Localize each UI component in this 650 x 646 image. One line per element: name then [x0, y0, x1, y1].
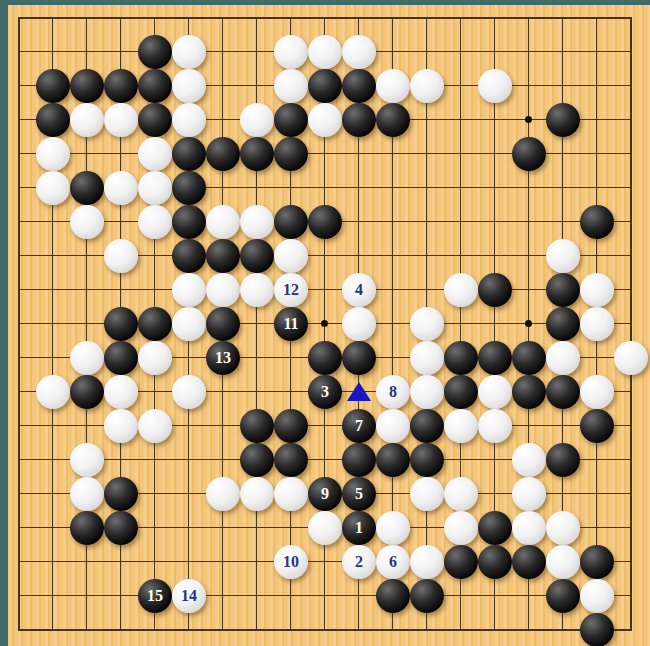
black-stone[interactable]: 11 [274, 307, 308, 341]
white-stone[interactable] [546, 545, 580, 579]
move-number-label: 8 [376, 375, 410, 409]
white-stone[interactable] [580, 273, 614, 307]
black-stone[interactable] [512, 137, 546, 171]
white-stone[interactable] [410, 545, 444, 579]
star-point [525, 116, 532, 123]
white-stone[interactable] [172, 35, 206, 69]
white-stone[interactable] [172, 307, 206, 341]
white-stone[interactable] [546, 341, 580, 375]
white-stone[interactable]: 6 [376, 545, 410, 579]
white-stone[interactable] [206, 273, 240, 307]
black-stone[interactable] [138, 35, 172, 69]
black-stone[interactable] [512, 375, 546, 409]
white-stone[interactable] [512, 477, 546, 511]
black-stone[interactable] [376, 103, 410, 137]
black-stone[interactable] [104, 69, 138, 103]
black-stone[interactable] [104, 307, 138, 341]
star-point [321, 320, 328, 327]
black-stone[interactable] [138, 307, 172, 341]
black-stone[interactable] [274, 409, 308, 443]
black-stone[interactable] [70, 171, 104, 205]
black-stone[interactable]: 7 [342, 409, 376, 443]
black-stone[interactable] [206, 239, 240, 273]
black-stone[interactable]: 1 [342, 511, 376, 545]
white-stone[interactable] [240, 103, 274, 137]
grid-vline [630, 17, 632, 631]
white-stone[interactable] [478, 409, 512, 443]
black-stone[interactable] [172, 137, 206, 171]
black-stone[interactable] [104, 341, 138, 375]
black-stone[interactable]: 9 [308, 477, 342, 511]
white-stone[interactable] [274, 69, 308, 103]
white-stone[interactable] [240, 273, 274, 307]
move-number-label: 13 [206, 341, 240, 375]
black-stone[interactable] [546, 103, 580, 137]
white-stone[interactable] [36, 171, 70, 205]
white-stone[interactable] [376, 511, 410, 545]
white-stone[interactable] [410, 375, 444, 409]
black-stone[interactable] [410, 579, 444, 613]
move-number-label: 10 [274, 545, 308, 579]
black-stone[interactable] [580, 613, 614, 646]
white-stone[interactable] [376, 69, 410, 103]
white-stone[interactable] [36, 137, 70, 171]
window-edge-left [0, 0, 8, 646]
white-stone[interactable] [444, 477, 478, 511]
white-stone[interactable] [240, 205, 274, 239]
black-stone[interactable] [240, 409, 274, 443]
black-stone[interactable] [36, 103, 70, 137]
black-stone[interactable] [342, 443, 376, 477]
white-stone[interactable] [580, 307, 614, 341]
white-stone[interactable] [70, 443, 104, 477]
black-stone[interactable] [138, 103, 172, 137]
black-stone[interactable] [240, 137, 274, 171]
white-stone[interactable]: 14 [172, 579, 206, 613]
black-stone[interactable] [172, 171, 206, 205]
move-number-label: 9 [308, 477, 342, 511]
black-stone[interactable]: 5 [342, 477, 376, 511]
move-number-label: 4 [342, 273, 376, 307]
black-stone[interactable] [308, 69, 342, 103]
white-stone[interactable] [274, 477, 308, 511]
black-stone[interactable]: 15 [138, 579, 172, 613]
white-stone[interactable] [614, 341, 648, 375]
white-stone[interactable] [138, 409, 172, 443]
white-stone[interactable] [274, 239, 308, 273]
grid-hline [18, 17, 632, 19]
white-stone[interactable] [478, 375, 512, 409]
white-stone[interactable] [138, 171, 172, 205]
black-stone[interactable] [546, 443, 580, 477]
white-stone[interactable] [376, 409, 410, 443]
window-edge-top [0, 0, 650, 5]
black-stone[interactable] [546, 307, 580, 341]
black-stone[interactable] [274, 137, 308, 171]
white-stone[interactable] [444, 409, 478, 443]
white-stone[interactable] [70, 341, 104, 375]
white-stone[interactable] [104, 375, 138, 409]
white-stone[interactable] [172, 103, 206, 137]
white-stone[interactable] [580, 375, 614, 409]
white-stone[interactable] [546, 239, 580, 273]
black-stone[interactable] [342, 69, 376, 103]
white-stone[interactable] [410, 341, 444, 375]
black-stone[interactable] [410, 443, 444, 477]
white-stone[interactable] [308, 511, 342, 545]
white-stone[interactable] [410, 69, 444, 103]
white-stone[interactable] [512, 443, 546, 477]
white-stone[interactable] [104, 103, 138, 137]
black-stone[interactable] [376, 579, 410, 613]
black-stone[interactable] [478, 511, 512, 545]
white-stone[interactable] [240, 477, 274, 511]
move-number-label: 5 [342, 477, 376, 511]
black-stone[interactable] [478, 273, 512, 307]
grid-hline [18, 629, 632, 631]
black-stone[interactable] [580, 409, 614, 443]
black-stone[interactable] [478, 341, 512, 375]
black-stone[interactable] [36, 69, 70, 103]
move-number-label: 2 [342, 545, 376, 579]
white-stone[interactable] [104, 239, 138, 273]
black-stone[interactable] [104, 511, 138, 545]
black-stone[interactable] [410, 409, 444, 443]
move-number-label: 12 [274, 273, 308, 307]
black-stone[interactable] [274, 205, 308, 239]
black-stone[interactable] [308, 341, 342, 375]
white-stone[interactable] [138, 341, 172, 375]
white-stone[interactable]: 12 [274, 273, 308, 307]
black-stone[interactable] [138, 69, 172, 103]
grid-vline [18, 17, 20, 631]
white-stone[interactable] [444, 273, 478, 307]
move-number-label: 3 [308, 375, 342, 409]
white-stone[interactable] [308, 103, 342, 137]
white-stone[interactable] [104, 171, 138, 205]
move-number-label: 14 [172, 579, 206, 613]
white-stone[interactable] [410, 477, 444, 511]
black-stone[interactable] [172, 239, 206, 273]
white-stone[interactable]: 4 [342, 273, 376, 307]
triangle-marker[interactable] [347, 382, 371, 401]
grid-hline [18, 595, 631, 596]
white-stone[interactable] [478, 69, 512, 103]
black-stone[interactable] [70, 69, 104, 103]
black-stone[interactable] [70, 511, 104, 545]
white-stone[interactable] [546, 511, 580, 545]
black-stone[interactable] [274, 443, 308, 477]
white-stone[interactable] [274, 35, 308, 69]
white-stone[interactable] [138, 205, 172, 239]
white-stone[interactable] [36, 375, 70, 409]
black-stone[interactable] [512, 545, 546, 579]
white-stone[interactable] [206, 205, 240, 239]
move-number-label: 7 [342, 409, 376, 443]
white-stone[interactable] [206, 477, 240, 511]
black-stone[interactable] [512, 341, 546, 375]
move-number-label: 1 [342, 511, 376, 545]
black-stone[interactable] [580, 545, 614, 579]
white-stone[interactable] [342, 307, 376, 341]
black-stone[interactable] [478, 545, 512, 579]
white-stone[interactable] [172, 273, 206, 307]
move-number-label: 6 [376, 545, 410, 579]
black-stone[interactable] [546, 375, 580, 409]
white-stone[interactable] [580, 579, 614, 613]
black-stone[interactable] [546, 273, 580, 307]
black-stone[interactable] [206, 137, 240, 171]
star-point [525, 320, 532, 327]
go-board[interactable]: 124111338795110261514 [0, 0, 650, 646]
black-stone[interactable] [546, 579, 580, 613]
white-stone[interactable] [104, 409, 138, 443]
black-stone[interactable] [240, 239, 274, 273]
black-stone[interactable] [172, 205, 206, 239]
white-stone[interactable] [70, 205, 104, 239]
white-stone[interactable] [308, 35, 342, 69]
black-stone[interactable] [206, 307, 240, 341]
black-stone[interactable]: 13 [206, 341, 240, 375]
white-stone[interactable]: 10 [274, 545, 308, 579]
white-stone[interactable] [172, 375, 206, 409]
black-stone[interactable]: 3 [308, 375, 342, 409]
black-stone[interactable] [444, 545, 478, 579]
black-stone[interactable] [240, 443, 274, 477]
black-stone[interactable] [444, 375, 478, 409]
black-stone[interactable] [308, 205, 342, 239]
black-stone[interactable] [342, 341, 376, 375]
white-stone[interactable] [444, 511, 478, 545]
black-stone[interactable] [342, 103, 376, 137]
white-stone[interactable] [70, 103, 104, 137]
white-stone[interactable] [410, 307, 444, 341]
white-stone[interactable] [512, 511, 546, 545]
black-stone[interactable] [376, 443, 410, 477]
black-stone[interactable] [274, 103, 308, 137]
white-stone[interactable] [138, 137, 172, 171]
move-number-label: 11 [274, 307, 308, 341]
black-stone[interactable] [444, 341, 478, 375]
move-number-label: 15 [138, 579, 172, 613]
black-stone[interactable] [70, 375, 104, 409]
go-app-window: 124111338795110261514 [0, 0, 650, 646]
white-stone[interactable] [172, 69, 206, 103]
black-stone[interactable] [104, 477, 138, 511]
white-stone[interactable] [342, 35, 376, 69]
white-stone[interactable]: 8 [376, 375, 410, 409]
white-stone[interactable]: 2 [342, 545, 376, 579]
white-stone[interactable] [70, 477, 104, 511]
black-stone[interactable] [580, 205, 614, 239]
